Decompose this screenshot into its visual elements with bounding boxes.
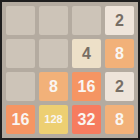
empty-cell-r2c2 (39, 39, 68, 68)
empty-cell-r1c2 (39, 6, 68, 35)
tile-32-r4c3: 32 (72, 105, 101, 134)
empty-cell-r3c1 (6, 72, 35, 101)
empty-cell-r1c1 (6, 6, 35, 35)
tile-8-r3c2: 8 (39, 72, 68, 101)
tile-2-r3c4: 2 (105, 72, 134, 101)
empty-cell-r1c3 (72, 6, 101, 35)
tile-128-r4c2: 128 (39, 105, 68, 134)
2048-board[interactable]: 248816216128328 (0, 0, 140, 140)
tile-16-r3c3: 16 (72, 72, 101, 101)
tile-4-r2c3: 4 (72, 39, 101, 68)
tile-16-r4c1: 16 (6, 105, 35, 134)
empty-cell-r2c1 (6, 39, 35, 68)
tile-8-r2c4: 8 (105, 39, 134, 68)
tile-2-r1c4: 2 (105, 6, 134, 35)
2048-grid: 248816216128328 (2, 2, 138, 138)
tile-8-r4c4: 8 (105, 105, 134, 134)
